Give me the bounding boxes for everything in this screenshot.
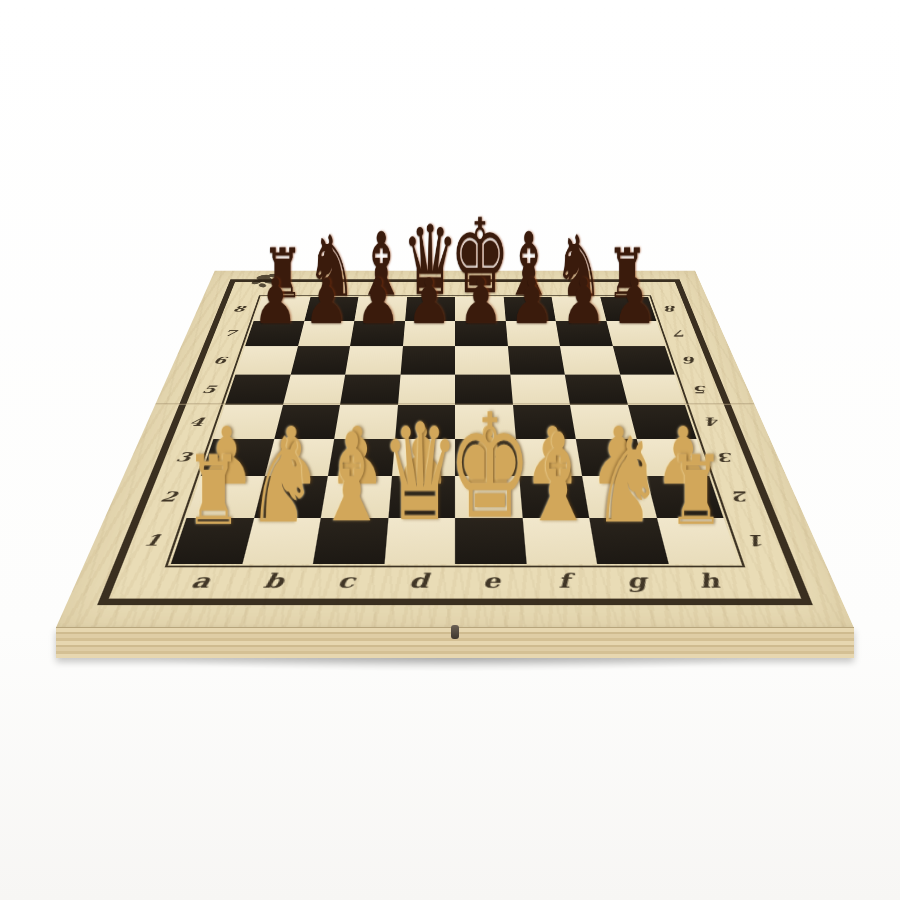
square-e6[interactable] (455, 346, 510, 374)
square-a8[interactable] (254, 297, 310, 321)
square-f7[interactable] (505, 321, 560, 347)
square-e7[interactable] (455, 321, 507, 347)
piece-white-knight-g1[interactable]: ♞ (593, 422, 662, 540)
square-g5[interactable] (565, 374, 628, 405)
square-b5[interactable] (283, 374, 346, 405)
square-d8[interactable] (405, 297, 455, 321)
file-label-a: a (161, 568, 241, 593)
piece-white-knight-b1[interactable]: ♞ (248, 422, 317, 540)
square-h5[interactable] (620, 374, 685, 405)
square-d6[interactable] (400, 346, 455, 374)
square-h6[interactable] (612, 346, 674, 374)
square-b7[interactable] (298, 321, 355, 347)
square-h8[interactable] (600, 297, 656, 321)
square-c8[interactable] (354, 297, 406, 321)
square-d7[interactable] (403, 321, 455, 347)
square-f6[interactable] (507, 346, 564, 374)
photo-backdrop: abcdefgh 87654321 87654321 ♜♞♝♛♚♝♞♜♟♟♟♟♟… (0, 0, 900, 900)
board-scene: abcdefgh 87654321 87654321 ♜♞♝♛♚♝♞♜♟♟♟♟♟… (0, 0, 900, 900)
file-label-f: f (526, 568, 602, 593)
rank-label-left-1: 1 (121, 518, 182, 564)
square-b6[interactable] (290, 346, 350, 374)
file-labels: abcdefgh (161, 568, 749, 593)
piece-white-rook-h1[interactable]: ♜ (669, 444, 725, 540)
square-g6[interactable] (560, 346, 620, 374)
piece-white-rook-a1[interactable]: ♜ (185, 444, 241, 540)
rank-label-right-1: 1 (728, 518, 789, 564)
file-label-h: h (669, 568, 749, 593)
file-label-c: c (308, 568, 384, 593)
chess-board: abcdefgh 87654321 87654321 ♜♞♝♛♚♝♞♜♟♟♟♟♟… (56, 271, 855, 629)
board-front-edge (56, 627, 854, 658)
board-shadow (40, 658, 868, 676)
hinge-clasp-pin (451, 625, 459, 639)
piece-white-king-e1[interactable]: ♚ (448, 396, 532, 540)
square-a5[interactable] (225, 374, 290, 405)
maker-logo-engraving (243, 272, 293, 290)
square-f8[interactable] (503, 297, 555, 321)
square-g8[interactable] (552, 297, 606, 321)
file-label-d: d (381, 568, 455, 593)
square-c6[interactable] (345, 346, 402, 374)
square-g7[interactable] (556, 321, 613, 347)
square-a7[interactable] (245, 321, 304, 347)
piece-white-bishop-c1[interactable]: ♝ (316, 417, 387, 539)
square-c7[interactable] (350, 321, 405, 347)
square-a6[interactable] (235, 346, 297, 374)
square-b8[interactable] (304, 297, 358, 321)
square-h7[interactable] (606, 321, 665, 347)
file-label-e: e (455, 568, 529, 593)
file-label-g: g (598, 568, 676, 593)
piece-white-bishop-f1[interactable]: ♝ (523, 417, 594, 539)
square-e8[interactable] (455, 297, 505, 321)
file-label-b: b (234, 568, 312, 593)
